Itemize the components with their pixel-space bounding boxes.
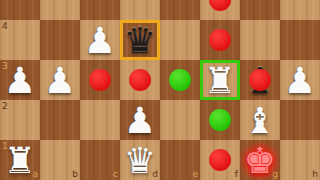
move-marker-red-d3[interactable] — [129, 69, 151, 91]
white-bishop-g2[interactable]: ♝ — [240, 100, 280, 140]
file-label-f: f — [228, 169, 238, 179]
square-c2[interactable] — [80, 100, 120, 140]
square-g4[interactable] — [240, 20, 280, 60]
white-queen-d1[interactable]: ♛ — [120, 140, 160, 180]
square-e2[interactable] — [160, 100, 200, 140]
chess-board[interactable]: ♟♛♟♟♜♝♟♟♝♜♛♚4321abcdefgh — [0, 0, 320, 180]
move-marker-red-f4[interactable] — [209, 29, 231, 51]
square-b4[interactable] — [40, 20, 80, 60]
chess-app-screen: ♟♛♟♟♜♝♟♟♝♜♛♚4321abcdefgh — [0, 0, 320, 180]
square-a5[interactable] — [0, 0, 40, 20]
square-c5[interactable] — [80, 0, 120, 20]
file-label-e: e — [188, 169, 198, 179]
black-queen-d4[interactable]: ♛ — [120, 20, 160, 60]
white-pawn-a3[interactable]: ♟ — [0, 60, 40, 100]
move-marker-red-c3[interactable] — [89, 69, 111, 91]
square-g5[interactable] — [240, 0, 280, 20]
white-rook-f3[interactable]: ♜ — [200, 60, 240, 100]
square-b5[interactable] — [40, 0, 80, 20]
white-rook-a1[interactable]: ♜ — [0, 140, 40, 180]
file-label-b: b — [68, 169, 78, 179]
file-label-h: h — [308, 169, 318, 179]
square-e5[interactable] — [160, 0, 200, 20]
file-label-c: c — [108, 169, 118, 179]
white-pawn-c4[interactable]: ♟ — [80, 20, 120, 60]
move-marker-green-f2[interactable] — [209, 109, 231, 131]
white-king-g1[interactable]: ♚ — [240, 140, 280, 180]
square-h4[interactable] — [280, 20, 320, 60]
move-marker-red-g3[interactable] — [249, 69, 271, 91]
move-marker-red-f1[interactable] — [209, 149, 231, 171]
rank-label-4: 4 — [2, 21, 8, 31]
move-marker-green-e3[interactable] — [169, 69, 191, 91]
square-e4[interactable] — [160, 20, 200, 60]
square-h5[interactable] — [280, 0, 320, 20]
square-h2[interactable] — [280, 100, 320, 140]
square-d5[interactable] — [120, 0, 160, 20]
white-pawn-h3[interactable]: ♟ — [280, 60, 320, 100]
white-pawn-d2[interactable]: ♟ — [120, 100, 160, 140]
rank-label-2: 2 — [2, 101, 8, 111]
square-b2[interactable] — [40, 100, 80, 140]
white-pawn-b3[interactable]: ♟ — [40, 60, 80, 100]
